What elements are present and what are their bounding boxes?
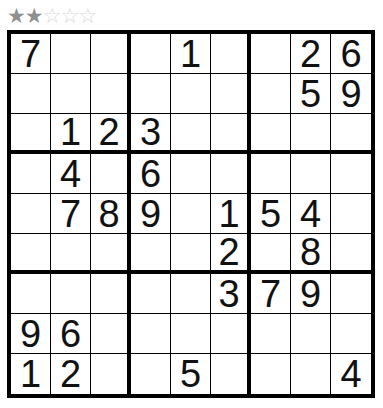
cell-r8c5[interactable] [171, 314, 211, 354]
cell-r6c6[interactable]: 2 [211, 234, 251, 274]
cell-r4c8[interactable] [291, 154, 331, 194]
cell-r8c2[interactable]: 6 [51, 314, 91, 354]
cell-r6c8[interactable]: 8 [291, 234, 331, 274]
cell-r6c3[interactable] [91, 234, 131, 274]
cell-r8c9[interactable] [331, 314, 371, 354]
cell-r4c5[interactable] [171, 154, 211, 194]
cell-r6c7[interactable] [251, 234, 291, 274]
cell-r1c1[interactable]: 7 [11, 34, 51, 74]
cell-r9c4[interactable] [131, 354, 171, 394]
cell-r1c2[interactable] [51, 34, 91, 74]
cell-r6c5[interactable] [171, 234, 211, 274]
cell-r1c8[interactable]: 2 [291, 34, 331, 74]
difficulty-rating: ★★☆☆☆ [7, 3, 383, 28]
cell-r9c5[interactable]: 5 [171, 354, 211, 394]
cell-r5c9[interactable] [331, 194, 371, 234]
cell-r4c1[interactable] [11, 154, 51, 194]
cell-r4c9[interactable] [331, 154, 371, 194]
cell-r2c2[interactable] [51, 74, 91, 114]
cell-r8c6[interactable] [211, 314, 251, 354]
cell-r8c7[interactable] [251, 314, 291, 354]
cell-r5c6[interactable]: 1 [211, 194, 251, 234]
cell-r7c1[interactable] [11, 274, 51, 314]
cell-r6c1[interactable] [11, 234, 51, 274]
cell-r8c4[interactable] [131, 314, 171, 354]
cell-r2c8[interactable]: 5 [291, 74, 331, 114]
star-empty-icon: ☆ [78, 3, 96, 28]
sudoku-board: 7126591234678915428379961254 [7, 30, 375, 398]
cell-r5c3[interactable]: 8 [91, 194, 131, 234]
cell-r7c5[interactable] [171, 274, 211, 314]
cell-r5c5[interactable] [171, 194, 211, 234]
cell-r7c6[interactable]: 3 [211, 274, 251, 314]
cell-r3c1[interactable] [11, 114, 51, 154]
cell-r8c1[interactable]: 9 [11, 314, 51, 354]
cell-r8c8[interactable] [291, 314, 331, 354]
cell-r1c6[interactable] [211, 34, 251, 74]
star-empty-icon: ☆ [43, 3, 61, 28]
cell-r2c3[interactable] [91, 74, 131, 114]
cell-r9c1[interactable]: 1 [11, 354, 51, 394]
cell-r3c9[interactable] [331, 114, 371, 154]
cell-r6c4[interactable] [131, 234, 171, 274]
cell-r5c2[interactable]: 7 [51, 194, 91, 234]
cell-r7c8[interactable]: 9 [291, 274, 331, 314]
cell-r9c8[interactable] [291, 354, 331, 394]
cell-r5c1[interactable] [11, 194, 51, 234]
cell-r4c3[interactable] [91, 154, 131, 194]
cell-r5c8[interactable]: 4 [291, 194, 331, 234]
cell-r3c5[interactable] [171, 114, 211, 154]
cell-r3c2[interactable]: 1 [51, 114, 91, 154]
cell-r2c5[interactable] [171, 74, 211, 114]
cell-r7c2[interactable] [51, 274, 91, 314]
star-filled-icon: ★ [7, 3, 25, 28]
cell-r7c3[interactable] [91, 274, 131, 314]
cell-r7c9[interactable] [331, 274, 371, 314]
cell-r4c7[interactable] [251, 154, 291, 194]
cell-r6c2[interactable] [51, 234, 91, 274]
cell-r2c4[interactable] [131, 74, 171, 114]
cell-r3c6[interactable] [211, 114, 251, 154]
cell-r2c7[interactable] [251, 74, 291, 114]
star-filled-icon: ★ [25, 3, 43, 28]
cell-r4c2[interactable]: 4 [51, 154, 91, 194]
cell-r5c4[interactable]: 9 [131, 194, 171, 234]
cell-r9c2[interactable]: 2 [51, 354, 91, 394]
cell-r3c3[interactable]: 2 [91, 114, 131, 154]
cell-r9c6[interactable] [211, 354, 251, 394]
star-empty-icon: ☆ [60, 3, 78, 28]
cell-r7c7[interactable]: 7 [251, 274, 291, 314]
cell-r1c7[interactable] [251, 34, 291, 74]
cell-r1c5[interactable]: 1 [171, 34, 211, 74]
cell-r1c4[interactable] [131, 34, 171, 74]
cell-r1c3[interactable] [91, 34, 131, 74]
cell-r3c7[interactable] [251, 114, 291, 154]
cell-r9c3[interactable] [91, 354, 131, 394]
cell-r8c3[interactable] [91, 314, 131, 354]
cell-r9c9[interactable]: 4 [331, 354, 371, 394]
cell-r1c9[interactable]: 6 [331, 34, 371, 74]
cell-r3c4[interactable]: 3 [131, 114, 171, 154]
cell-r4c6[interactable] [211, 154, 251, 194]
cell-r3c8[interactable] [291, 114, 331, 154]
cell-r2c1[interactable] [11, 74, 51, 114]
cell-r4c4[interactable]: 6 [131, 154, 171, 194]
cell-r6c9[interactable] [331, 234, 371, 274]
cell-r2c6[interactable] [211, 74, 251, 114]
cell-r7c4[interactable] [131, 274, 171, 314]
cell-r5c7[interactable]: 5 [251, 194, 291, 234]
cell-r9c7[interactable] [251, 354, 291, 394]
cell-r2c9[interactable]: 9 [331, 74, 371, 114]
